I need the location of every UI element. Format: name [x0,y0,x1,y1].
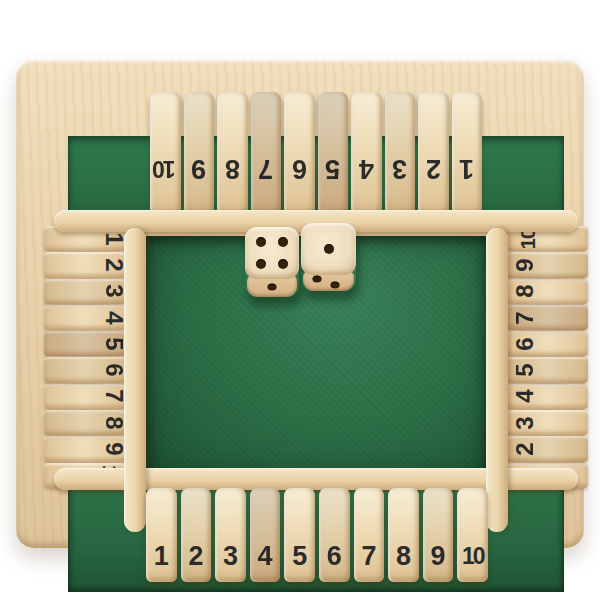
left-pivot-rail [124,228,146,532]
tile-left-7[interactable]: 7 [44,384,132,409]
tile-number: 5 [513,363,537,376]
tile-bottom-6[interactable]: 6 [319,488,350,582]
product-photo-stage: 10987654321 12345678910 12345678910 1098… [0,0,600,600]
left-player-tile-column: 12345678910 [44,226,132,488]
tile-number: 8 [513,285,537,298]
tile-number: 9 [431,543,446,570]
tile-number: 2 [101,258,125,271]
tile-number: 7 [258,155,273,182]
tile-number: 4 [258,543,273,570]
tile-number: 2 [188,543,203,570]
tile-number: 4 [359,155,374,182]
tile-number: 5 [292,543,307,570]
shut-the-box-board: 10987654321 12345678910 12345678910 1098… [16,60,584,548]
right-die-showing-1[interactable] [301,223,356,291]
right-player-tile-column: 10987654321 [500,226,588,488]
tile-number: 10 [462,545,484,568]
tile-number: 7 [361,543,376,570]
tile-number: 1 [154,543,169,570]
tile-left-8[interactable]: 8 [44,410,132,435]
tile-number: 6 [292,155,307,182]
tile-number: 6 [513,337,537,350]
die-pip [278,237,288,247]
tile-bottom-7[interactable]: 7 [354,488,385,582]
tile-number: 9 [191,155,206,182]
tile-top-6[interactable]: 6 [284,92,315,214]
die-top-face-1 [301,223,356,275]
top-player-tile-row: 10987654321 [150,92,482,214]
tile-left-9[interactable]: 9 [44,436,132,461]
tile-bottom-1[interactable]: 1 [146,488,177,582]
tile-number: 6 [327,543,342,570]
tile-right-8[interactable]: 8 [500,279,588,304]
tile-number: 1 [101,232,125,245]
tile-top-3[interactable]: 3 [385,92,416,214]
tile-right-7[interactable]: 7 [500,305,588,330]
tile-bottom-5[interactable]: 5 [284,488,315,582]
tile-top-1[interactable]: 1 [452,92,483,214]
tile-number: 3 [513,416,537,429]
tile-number: 10 [154,157,176,180]
tile-number: 5 [325,155,340,182]
tile-number: 4 [513,390,537,403]
tile-left-6[interactable]: 6 [44,357,132,382]
tile-number: 8 [225,155,240,182]
tile-number: 3 [392,155,407,182]
tile-number: 8 [396,543,411,570]
die-pip [324,244,334,254]
tile-number: 7 [101,390,125,403]
tile-bottom-10[interactable]: 10 [457,488,488,582]
tile-right-2[interactable]: 2 [500,436,588,461]
tile-top-9[interactable]: 9 [184,92,215,214]
tile-number: 2 [513,442,537,455]
die-pip [256,259,266,269]
die-pip [313,276,322,283]
tile-number: 2 [426,155,441,182]
tile-bottom-2[interactable]: 2 [181,488,212,582]
tile-top-4[interactable]: 4 [351,92,382,214]
tile-top-5[interactable]: 5 [318,92,349,214]
tile-top-2[interactable]: 2 [418,92,449,214]
right-pivot-rail [486,228,508,532]
tile-bottom-3[interactable]: 3 [215,488,246,582]
die-pip [330,282,339,289]
tile-left-5[interactable]: 5 [44,331,132,356]
die-top-face-4 [245,227,299,279]
tile-right-4[interactable]: 4 [500,384,588,409]
tile-top-7[interactable]: 7 [251,92,282,214]
tile-number: 9 [513,258,537,271]
left-die-showing-4[interactable] [245,227,299,297]
tile-right-9[interactable]: 9 [500,252,588,277]
tile-right-3[interactable]: 3 [500,410,588,435]
tile-left-4[interactable]: 4 [44,305,132,330]
tile-number: 3 [101,285,125,298]
tile-number: 6 [101,363,125,376]
tile-top-8[interactable]: 8 [217,92,248,214]
tile-number: 7 [513,311,537,324]
tile-bottom-9[interactable]: 9 [423,488,454,582]
tile-bottom-8[interactable]: 8 [388,488,419,582]
tile-right-6[interactable]: 6 [500,331,588,356]
tile-number: 8 [101,416,125,429]
tile-number: 1 [459,155,474,182]
die-pip [256,237,266,247]
tile-number: 9 [101,442,125,455]
tile-top-10[interactable]: 10 [150,92,181,214]
tile-number: 4 [101,311,125,324]
tile-left-3[interactable]: 3 [44,279,132,304]
tile-left-2[interactable]: 2 [44,252,132,277]
die-pip [268,284,277,291]
tile-number: 3 [223,543,238,570]
tile-right-5[interactable]: 5 [500,357,588,382]
die-pip [278,259,288,269]
tile-number: 5 [101,337,125,350]
tile-bottom-4[interactable]: 4 [250,488,281,582]
bottom-player-tile-row: 12345678910 [146,488,488,582]
